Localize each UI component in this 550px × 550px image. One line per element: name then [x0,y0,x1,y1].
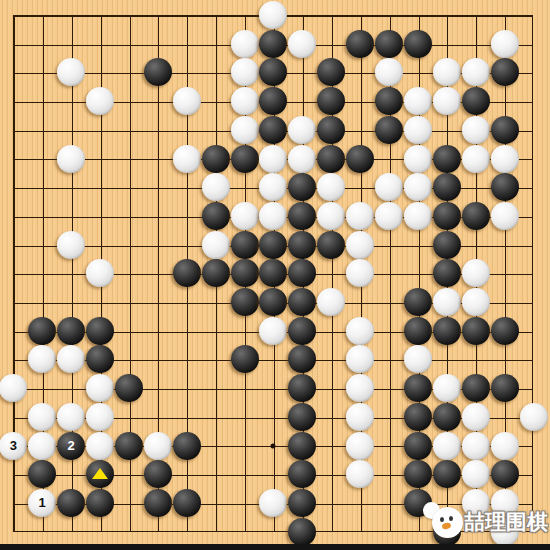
white-stone [346,403,374,431]
white-stone [231,116,259,144]
black-stone [375,116,403,144]
white-stone [404,173,432,201]
triangle-marker-icon [92,468,108,479]
white-stone [462,288,490,316]
black-stone [404,432,432,460]
black-stone [288,432,316,460]
white-stone [86,87,114,115]
black-stone [115,374,143,402]
white-stone [346,460,374,488]
black-stone [491,374,519,402]
go-board-diagram: 321 喆理围棋 [0,0,550,550]
black-stone [288,403,316,431]
white-stone [144,432,172,460]
black-stone [173,489,201,517]
black-stone [404,288,432,316]
black-stone [433,173,461,201]
white-stone [404,116,432,144]
black-stone [231,259,259,287]
white-stone [288,145,316,173]
white-stone [491,432,519,460]
white-stone [404,202,432,230]
black-stone [375,87,403,115]
black-stone [462,374,490,402]
black-stone [86,345,114,373]
black-stone [346,145,374,173]
move-number-label: 2 [67,439,74,452]
white-stone [259,202,287,230]
white-stone [259,489,287,517]
black-stone [404,374,432,402]
black-stone [86,460,114,488]
black-stone [202,145,230,173]
black-stone [259,259,287,287]
white-stone [375,173,403,201]
black-stone [259,116,287,144]
black-stone [404,460,432,488]
white-stone: 1 [28,489,56,517]
white-stone [259,1,287,29]
bottom-black-bar [0,544,550,550]
black-stone [28,317,56,345]
black-stone [173,259,201,287]
black-stone [462,202,490,230]
black-stone [288,374,316,402]
black-stone [317,87,345,115]
black-stone [404,317,432,345]
black-stone [462,87,490,115]
black-stone [259,231,287,259]
black-stone [57,317,85,345]
black-stone [317,231,345,259]
white-stone [28,432,56,460]
white-stone [462,145,490,173]
black-stone [433,259,461,287]
white-stone [317,173,345,201]
black-stone [259,288,287,316]
white-stone [57,403,85,431]
black-stone [173,432,201,460]
white-stone [462,116,490,144]
move-number-label: 1 [39,496,46,509]
white-stone [86,374,114,402]
white-stone [404,87,432,115]
white-stone [346,374,374,402]
black-stone [346,30,374,58]
black-stone [288,317,316,345]
black-stone [259,87,287,115]
black-stone [491,116,519,144]
black-stone [115,432,143,460]
white-stone [57,58,85,86]
black-stone [404,489,432,517]
white-stone [259,145,287,173]
white-stone [462,259,490,287]
black-stone [317,116,345,144]
white-stone [28,403,56,431]
black-stone [231,288,259,316]
white-stone [231,30,259,58]
black-stone: 2 [57,432,85,460]
white-stone [317,202,345,230]
black-stone [491,58,519,86]
black-stone [86,489,114,517]
white-stone [462,58,490,86]
white-stone [259,317,287,345]
white-stone [173,87,201,115]
white-stone [346,432,374,460]
white-stone [491,489,519,517]
black-stone [433,202,461,230]
black-stone [288,173,316,201]
black-stone [491,460,519,488]
black-stone [288,202,316,230]
white-stone [491,202,519,230]
white-stone [462,432,490,460]
white-stone [491,518,519,546]
white-stone [288,116,316,144]
black-stone [288,518,316,546]
black-stone [231,145,259,173]
white-stone [346,345,374,373]
black-stone [433,317,461,345]
black-stone [144,489,172,517]
white-stone [346,317,374,345]
white-stone [231,58,259,86]
white-stone [57,145,85,173]
black-stone [491,173,519,201]
black-stone [288,231,316,259]
white-stone [259,173,287,201]
black-stone [57,489,85,517]
black-stone [317,145,345,173]
black-stone [433,231,461,259]
black-stone [433,403,461,431]
white-stone [433,58,461,86]
white-stone [491,30,519,58]
black-stone [491,317,519,345]
white-stone [462,460,490,488]
black-stone [462,317,490,345]
white-stone [404,145,432,173]
black-stone [375,30,403,58]
white-stone [462,403,490,431]
white-stone [202,231,230,259]
black-stone [231,345,259,373]
white-stone [433,432,461,460]
black-stone [288,259,316,287]
black-stone [202,259,230,287]
white-stone [231,202,259,230]
black-stone [433,460,461,488]
black-stone [404,403,432,431]
white-stone [520,403,548,431]
move-number-label: 3 [10,439,17,452]
white-stone [346,202,374,230]
white-stone [0,374,27,402]
white-stone [173,145,201,173]
white-stone: 3 [0,432,27,460]
white-stone [288,30,316,58]
white-stone [28,345,56,373]
black-stone [202,202,230,230]
black-stone [404,30,432,58]
black-stone [86,317,114,345]
white-stone [86,432,114,460]
white-stone [317,288,345,316]
black-stone [144,58,172,86]
black-stone [144,460,172,488]
white-stone [346,259,374,287]
black-stone [288,460,316,488]
white-stone [375,58,403,86]
white-stone [57,231,85,259]
white-stone [433,288,461,316]
white-stone [86,403,114,431]
black-stone [28,460,56,488]
black-stone [433,518,461,546]
black-stone [288,345,316,373]
white-stone [462,489,490,517]
white-stone [433,374,461,402]
black-stone [259,30,287,58]
white-stone [202,173,230,201]
star-point [271,443,276,448]
black-stone [433,145,461,173]
white-stone [231,87,259,115]
white-stone [57,345,85,373]
black-stone [317,58,345,86]
black-stone [288,288,316,316]
white-stone [433,87,461,115]
black-stone [259,58,287,86]
white-stone [404,345,432,373]
white-stone [86,259,114,287]
black-stone [288,489,316,517]
black-stone [231,231,259,259]
white-stone [491,145,519,173]
white-stone [346,231,374,259]
white-stone [375,202,403,230]
